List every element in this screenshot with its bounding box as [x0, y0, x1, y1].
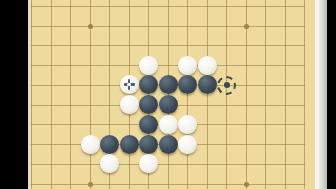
black-stone	[198, 75, 217, 94]
white-stone	[139, 56, 158, 75]
pending-move-ring-dot	[224, 82, 230, 88]
star-point	[88, 182, 93, 187]
grid-line-horizontal	[31, 164, 305, 165]
grid-line-horizontal	[31, 184, 305, 185]
black-stone	[139, 135, 158, 154]
white-stone	[198, 56, 217, 75]
grid-line-horizontal	[31, 65, 305, 66]
white-stone	[178, 135, 197, 154]
white-stone	[178, 56, 197, 75]
white-stone	[81, 135, 100, 154]
star-point	[244, 182, 249, 187]
black-stone	[159, 95, 178, 114]
white-stone	[139, 154, 158, 173]
black-stone	[100, 135, 119, 154]
black-stone	[139, 95, 158, 114]
black-stone	[178, 75, 197, 94]
grid-line-horizontal	[31, 6, 305, 7]
black-stone	[159, 75, 178, 94]
black-stone	[159, 135, 178, 154]
black-stone	[120, 135, 139, 154]
board-overlay	[0, 0, 336, 189]
white-stone	[178, 115, 197, 134]
white-stone	[100, 154, 119, 173]
grid-line-vertical	[31, 0, 32, 189]
star-point	[88, 24, 93, 29]
letterbox-background	[0, 0, 336, 189]
black-stone	[139, 115, 158, 134]
grid-line-vertical	[187, 0, 188, 189]
white-stone	[159, 115, 178, 134]
star-point	[244, 24, 249, 29]
grid-line-horizontal	[31, 45, 305, 46]
grid-line-vertical	[265, 0, 266, 189]
white-stone	[120, 95, 139, 114]
grid-line-vertical	[285, 0, 286, 189]
black-stone	[139, 75, 158, 94]
grid-line-vertical	[304, 0, 305, 189]
grid-line-vertical	[51, 0, 52, 189]
grid-line-horizontal	[31, 26, 305, 27]
last-move-cross-marker	[124, 79, 135, 90]
grid-line-vertical	[207, 0, 208, 189]
grid-line-vertical	[70, 0, 71, 189]
